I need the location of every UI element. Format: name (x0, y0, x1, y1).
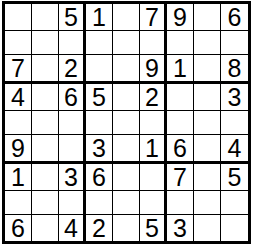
cell-r7c7[interactable]: 7 (167, 164, 194, 191)
cell-r2c3[interactable] (59, 31, 86, 55)
cell-r7c1[interactable]: 1 (5, 164, 32, 191)
sudoku-screenshot: 517967291846523931641367564253 (0, 0, 255, 246)
cell-r4c8[interactable] (194, 84, 221, 111)
cell-r6c5[interactable] (113, 135, 140, 164)
cell-r7c2[interactable] (32, 164, 59, 191)
cell-r7c4[interactable]: 6 (86, 164, 113, 191)
cell-r3c3[interactable]: 2 (59, 55, 86, 84)
cell-r5c9[interactable] (221, 111, 248, 135)
cell-r5c8[interactable] (194, 111, 221, 135)
cell-r9c4[interactable]: 2 (86, 215, 113, 241)
cell-r3c2[interactable] (32, 55, 59, 84)
cell-r4c6[interactable]: 2 (140, 84, 167, 111)
cell-r5c5[interactable] (113, 111, 140, 135)
cell-r6c7[interactable]: 6 (167, 135, 194, 164)
cell-r1c8[interactable] (194, 4, 221, 31)
cell-r6c2[interactable] (32, 135, 59, 164)
cell-r4c1[interactable]: 4 (5, 84, 32, 111)
cell-r5c2[interactable] (32, 111, 59, 135)
cell-r8c7[interactable] (167, 191, 194, 215)
cell-r5c7[interactable] (167, 111, 194, 135)
cell-r9c5[interactable] (113, 215, 140, 241)
cell-r6c9[interactable]: 4 (221, 135, 248, 164)
cell-r6c6[interactable]: 1 (140, 135, 167, 164)
cell-r5c4[interactable] (86, 111, 113, 135)
cell-r1c9[interactable]: 6 (221, 4, 248, 31)
cell-r3c5[interactable] (113, 55, 140, 84)
cell-r3c8[interactable] (194, 55, 221, 84)
cell-r1c5[interactable] (113, 4, 140, 31)
cell-r8c6[interactable] (140, 191, 167, 215)
cell-r1c2[interactable] (32, 4, 59, 31)
cell-r9c2[interactable] (32, 215, 59, 241)
cell-r2c6[interactable] (140, 31, 167, 55)
cell-r4c4[interactable]: 5 (86, 84, 113, 111)
cell-r3c4[interactable] (86, 55, 113, 84)
cell-r1c3[interactable]: 5 (59, 4, 86, 31)
sudoku-board: 517967291846523931641367564253 (2, 1, 251, 244)
cell-r9c7[interactable]: 3 (167, 215, 194, 241)
cell-r9c6[interactable]: 5 (140, 215, 167, 241)
cell-r3c7[interactable]: 1 (167, 55, 194, 84)
cell-r1c4[interactable]: 1 (86, 4, 113, 31)
cell-r8c2[interactable] (32, 191, 59, 215)
cell-r3c9[interactable]: 8 (221, 55, 248, 84)
cell-r9c8[interactable] (194, 215, 221, 241)
cell-r7c8[interactable] (194, 164, 221, 191)
cell-r5c6[interactable] (140, 111, 167, 135)
cell-r2c2[interactable] (32, 31, 59, 55)
cell-r9c1[interactable]: 6 (5, 215, 32, 241)
cell-r4c9[interactable]: 3 (221, 84, 248, 111)
cell-r4c2[interactable] (32, 84, 59, 111)
cell-r6c8[interactable] (194, 135, 221, 164)
cell-r8c5[interactable] (113, 191, 140, 215)
cell-r6c1[interactable]: 9 (5, 135, 32, 164)
cell-r5c1[interactable] (5, 111, 32, 135)
cell-r2c8[interactable] (194, 31, 221, 55)
cell-r6c3[interactable] (59, 135, 86, 164)
cell-r4c7[interactable] (167, 84, 194, 111)
cell-r8c3[interactable] (59, 191, 86, 215)
cell-r9c3[interactable]: 4 (59, 215, 86, 241)
cell-r2c9[interactable] (221, 31, 248, 55)
cell-r2c4[interactable] (86, 31, 113, 55)
cell-r8c4[interactable] (86, 191, 113, 215)
cell-r2c1[interactable] (5, 31, 32, 55)
cell-r4c5[interactable] (113, 84, 140, 111)
cell-r3c6[interactable]: 9 (140, 55, 167, 84)
cell-r7c3[interactable]: 3 (59, 164, 86, 191)
cell-r1c1[interactable] (5, 4, 32, 31)
cell-r7c9[interactable]: 5 (221, 164, 248, 191)
cell-r9c9[interactable] (221, 215, 248, 241)
cell-r2c5[interactable] (113, 31, 140, 55)
cell-r1c6[interactable]: 7 (140, 4, 167, 31)
cell-r4c3[interactable]: 6 (59, 84, 86, 111)
cell-r8c9[interactable] (221, 191, 248, 215)
cell-r1c7[interactable]: 9 (167, 4, 194, 31)
cell-r6c4[interactable]: 3 (86, 135, 113, 164)
cell-r8c8[interactable] (194, 191, 221, 215)
cell-r3c1[interactable]: 7 (5, 55, 32, 84)
cell-r8c1[interactable] (5, 191, 32, 215)
cell-r7c5[interactable] (113, 164, 140, 191)
cell-r7c6[interactable] (140, 164, 167, 191)
cell-r2c7[interactable] (167, 31, 194, 55)
cell-r5c3[interactable] (59, 111, 86, 135)
